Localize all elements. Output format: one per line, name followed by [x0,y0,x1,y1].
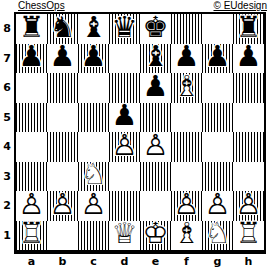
piece-glyph: ♛ [112,13,138,42]
piece-glyph: ♝ [81,13,107,42]
piece-glyph: ♗ [174,220,200,249]
piece-glyph: ♘ [81,161,107,190]
piece-glyph: ♟ [50,43,76,72]
square-h6[interactable] [233,73,264,103]
white-pawn-d4[interactable]: ♟♙ [109,132,140,162]
file-label-b: b [47,255,78,268]
square-g6[interactable] [202,73,233,103]
file-label-c: c [78,255,109,268]
piece-glyph: ♙ [205,190,231,219]
square-g1[interactable]: ♞♘ [202,221,233,251]
square-g7[interactable]: ♟♟ [202,44,233,74]
square-d3[interactable] [109,162,140,192]
square-f4[interactable] [171,132,202,162]
piece-glyph: ♟ [112,102,138,131]
rank-label-2: 2 [0,191,14,221]
square-b2[interactable]: ♟♙ [47,191,78,221]
square-g5[interactable] [202,103,233,133]
square-b4[interactable] [47,132,78,162]
chessops-window: ChessOps © EUdesign 87654321 ♜♜♞♞♝♝♛♛♚♚♜… [0,0,270,270]
square-e1[interactable]: ♚♔ [140,221,171,251]
square-g4[interactable] [202,132,233,162]
square-d1[interactable]: ♛♕ [109,221,140,251]
white-rook-h1[interactable]: ♜♖ [233,221,264,251]
piece-glyph: ♙ [19,190,45,219]
piece-glyph: ♖ [19,220,45,249]
file-label-d: d [109,255,140,268]
rank-label-7: 7 [0,44,14,74]
white-bishop-f1[interactable]: ♝♗ [171,221,202,251]
square-c6[interactable] [78,73,109,103]
rank-label-3: 3 [0,162,14,192]
square-c2[interactable]: ♟♙ [78,191,109,221]
square-f6[interactable]: ♝♗ [171,73,202,103]
square-a6[interactable] [16,73,47,103]
square-b6[interactable] [47,73,78,103]
square-e4[interactable]: ♟♙ [140,132,171,162]
file-label-e: e [140,255,171,268]
square-f1[interactable]: ♝♗ [171,221,202,251]
white-pawn-e4[interactable]: ♟♙ [140,132,171,162]
piece-glyph: ♙ [174,190,200,219]
black-pawn-g7[interactable]: ♟♟ [202,44,233,74]
file-label-g: g [202,255,233,268]
square-c5[interactable] [78,103,109,133]
piece-glyph: ♟ [236,43,262,72]
white-king-e1[interactable]: ♚♔ [140,221,171,251]
white-pawn-c2[interactable]: ♟♙ [78,191,109,221]
white-rook-a1[interactable]: ♜♖ [16,221,47,251]
white-knight-g1[interactable]: ♞♘ [202,221,233,251]
piece-glyph: ♟ [19,43,45,72]
file-label-a: a [16,255,47,268]
black-pawn-b7[interactable]: ♟♟ [47,44,78,74]
rank-label-8: 8 [0,14,14,44]
black-pawn-e6[interactable]: ♟♟ [140,73,171,103]
square-e3[interactable] [140,162,171,192]
square-a5[interactable] [16,103,47,133]
square-a1[interactable]: ♜♖ [16,221,47,251]
square-c1[interactable] [78,221,109,251]
square-h5[interactable] [233,103,264,133]
square-d8[interactable]: ♛♛ [109,14,140,44]
square-b5[interactable] [47,103,78,133]
piece-glyph: ♙ [81,190,107,219]
file-labels: abcdefgh [16,255,264,268]
black-queen-d8[interactable]: ♛♛ [109,14,140,44]
rank-label-6: 6 [0,73,14,103]
square-h4[interactable] [233,132,264,162]
file-label-f: f [171,255,202,268]
piece-glyph: ♜ [236,13,262,42]
piece-glyph: ♟ [81,43,107,72]
black-pawn-a7[interactable]: ♟♟ [16,44,47,74]
piece-glyph: ♜ [19,13,45,42]
piece-glyph: ♝ [143,43,169,72]
square-a7[interactable]: ♟♟ [16,44,47,74]
square-f5[interactable] [171,103,202,133]
piece-glyph: ♘ [205,220,231,249]
square-b1[interactable] [47,221,78,251]
piece-glyph: ♙ [236,190,262,219]
rank-labels: 87654321 [0,14,14,250]
board: ♜♜♞♞♝♝♛♛♚♚♜♜♟♟♟♟♟♟♝♝♟♟♟♟♟♟♟♟♝♗♟♟♟♙♟♙♞♘♟♙… [14,12,266,254]
square-c7[interactable]: ♟♟ [78,44,109,74]
black-pawn-c7[interactable]: ♟♟ [78,44,109,74]
square-h1[interactable]: ♜♖ [233,221,264,251]
square-b7[interactable]: ♟♟ [47,44,78,74]
white-pawn-b2[interactable]: ♟♙ [47,191,78,221]
rank-label-1: 1 [0,221,14,251]
piece-glyph: ♞ [50,13,76,42]
piece-glyph: ♖ [236,220,262,249]
black-pawn-h7[interactable]: ♟♟ [233,44,264,74]
square-e6[interactable]: ♟♟ [140,73,171,103]
white-bishop-f6[interactable]: ♝♗ [171,73,202,103]
square-d7[interactable] [109,44,140,74]
piece-glyph: ♟ [143,72,169,101]
square-h7[interactable]: ♟♟ [233,44,264,74]
rank-label-5: 5 [0,103,14,133]
piece-glyph: ♙ [143,131,169,160]
piece-glyph: ♙ [112,131,138,160]
piece-glyph: ♙ [50,190,76,219]
piece-glyph: ♟ [174,43,200,72]
square-a4[interactable] [16,132,47,162]
piece-glyph: ♚ [143,13,169,42]
white-queen-d1[interactable]: ♛♕ [109,221,140,251]
piece-glyph: ♟ [205,43,231,72]
piece-glyph: ♔ [143,220,169,249]
piece-glyph: ♗ [174,72,200,101]
piece-glyph: ♕ [112,220,138,249]
file-label-h: h [233,255,264,268]
square-d4[interactable]: ♟♙ [109,132,140,162]
rank-label-4: 4 [0,132,14,162]
